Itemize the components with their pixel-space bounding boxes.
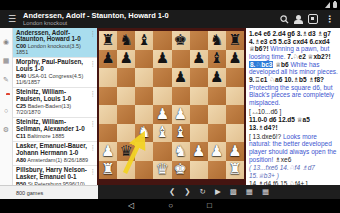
square-a1[interactable]: ♜ — [99, 161, 117, 180]
piece-black-pawn: ♟ — [119, 51, 132, 66]
square-h1[interactable]: ♜ — [226, 161, 244, 180]
square-c7[interactable] — [135, 50, 153, 69]
square-h2[interactable]: ♟ — [226, 142, 244, 161]
person-icon[interactable] — [296, 18, 301, 20]
square-b7[interactable]: ♟ — [117, 50, 135, 69]
item-overflow-icon[interactable]: ⋮ — [90, 31, 97, 38]
square-f4[interactable] — [190, 105, 208, 124]
square-g1[interactable] — [208, 161, 226, 180]
game-list-item[interactable]: Lasker, Emanuel-Bauer, Johann Hermann 1-… — [13, 142, 97, 166]
bottom-band: 800 games ❮ ❯ ↻ ▶ ▩ ▦ ▦ — [0, 185, 340, 199]
variation-line: [ 13.dxe6!? Looks more natural: the bett… — [249, 133, 338, 164]
square-f6[interactable] — [190, 68, 208, 87]
square-d6[interactable] — [153, 68, 171, 87]
search-icon[interactable] — [280, 15, 289, 24]
square-c5[interactable] — [135, 87, 153, 106]
square-c2[interactable] — [135, 142, 153, 161]
subvariation-text[interactable]: ( 13...fxe6 14.♘f4 ♗d7 15.♕b3+ ) — [249, 164, 315, 179]
game-detail: A80 Amsterdam(1) 8/26/1889 — [16, 158, 90, 164]
piece-white-pawn: ♟ — [210, 144, 223, 159]
piece-white-rook: ♜ — [101, 162, 114, 177]
autoplay-icon[interactable]: ↻ — [200, 188, 206, 196]
view-icon[interactable]: ◉ — [3, 38, 9, 45]
move-text[interactable]: 11.0-0 d6 12.d5 ♕a5 13.♗d4?! — [249, 116, 310, 131]
prev-move-icon[interactable]: ❮ — [169, 188, 175, 196]
item-overflow-icon[interactable]: ⋮ — [90, 91, 97, 98]
eco-code: A80 — [16, 157, 26, 163]
square-b6[interactable] — [117, 68, 135, 87]
subvariation-line: ( 13...fxe6 14.♘f4 ♗d7 15.♕b3+ ) — [249, 164, 338, 179]
tool-strip: ◉ ▦ ✎ ○ ⚙ — [0, 28, 13, 185]
board-moves-icon[interactable]: ▩ — [230, 188, 237, 196]
piece-black-knight: ♞ — [119, 33, 132, 48]
game-name: Morphy, Paul-Paulsen, Louis 1-0 — [16, 59, 90, 73]
square-d4[interactable]: ♟ — [153, 105, 171, 124]
eco-code: C11 — [16, 133, 26, 139]
menu-icon[interactable]: ☰ — [8, 15, 16, 24]
square-e4[interactable]: ♟ — [172, 105, 190, 124]
piece-white-pawn: ♟ — [156, 107, 169, 122]
chess-board: ♜♞♝♚♞♜♟♟♟♟♝♟♟♟♟♟♞♝♝♟♛♞♟♟♟♜♛♚♜ — [97, 28, 246, 185]
home-icon[interactable]: ○ — [168, 202, 173, 210]
app-bar-actions: ⋮ — [280, 14, 334, 24]
variation-text[interactable]: [ ⌓10...d6 ] — [249, 108, 281, 115]
square-d3[interactable]: ♝ — [153, 124, 171, 143]
piece-black-pawn: ♟ — [192, 51, 205, 66]
mainline-paragraph: 11.0-0 d6 12.d5 ♕a5 13.♗d4?! — [249, 116, 338, 131]
battery-icon — [333, 2, 337, 8]
square-b5[interactable] — [117, 87, 135, 106]
square-g2[interactable]: ♟ — [208, 142, 226, 161]
square-a4[interactable] — [99, 105, 117, 124]
event-detail: USA-01 Congress(4.5) 11/6/1857 — [16, 73, 83, 85]
signal-icon — [325, 2, 330, 8]
square-e8[interactable]: ♚ — [172, 31, 190, 50]
square-d7[interactable]: ♟ — [153, 50, 171, 69]
square-h8[interactable]: ♜ — [226, 31, 244, 50]
piece-black-pawn: ♟ — [174, 70, 187, 85]
square-d2[interactable] — [153, 142, 171, 161]
recents-icon[interactable]: □ — [207, 202, 212, 210]
back-icon[interactable]: ◁ — [128, 202, 134, 210]
item-overflow-icon[interactable]: ⋮ — [90, 121, 97, 128]
title-block: Anderssen, Adolf - Staunton, Howard 1-0 … — [23, 11, 280, 26]
square-f1[interactable] — [190, 161, 208, 180]
square-b1[interactable] — [117, 161, 135, 180]
game-name: Lasker, Emanuel-Bauer, Johann Hermann 1-… — [16, 143, 90, 157]
piece-black-king: ♚ — [174, 33, 187, 48]
board-grid: ♜♞♝♚♞♜♟♟♟♟♝♟♟♟♟♟♞♝♝♟♛♞♟♟♟♜♛♚♜ — [99, 31, 244, 179]
piece-black-pawn: ♟ — [101, 51, 114, 66]
square-e6[interactable]: ♟ — [172, 68, 190, 87]
square-h3[interactable] — [226, 124, 244, 143]
square-f2[interactable]: ♟ — [190, 142, 208, 161]
piece-white-queen: ♛ — [156, 162, 169, 177]
square-a3[interactable] — [99, 124, 117, 143]
square-c1[interactable] — [135, 161, 153, 180]
square-h5[interactable] — [226, 87, 244, 106]
event-detail: London knockout(3.5) 1851 — [16, 43, 81, 55]
android-nav-bar: ◁ ○ □ — [0, 199, 340, 213]
game-detail: C25 Baden-Baden(13) 7/20/1870 — [16, 104, 90, 116]
page-title: Anderssen, Adolf - Staunton, Howard 1-0 — [23, 11, 280, 20]
event-detail: Baltimore 1885 — [27, 133, 64, 139]
piece-black-bishop: ♝ — [210, 51, 223, 66]
game-detail: C00 London knockout(3.5) 1851 — [16, 44, 90, 56]
game-detail: B40 USA-01 Congress(4.5) 11/6/1857 — [16, 74, 90, 86]
game-name: Anderssen, Adolf-Staunton, Howard 1-0 — [16, 30, 90, 44]
variation-text[interactable]: [ 13.dxe6!? — [249, 133, 283, 140]
app-bar: ☰ Anderssen, Adolf - Staunton, Howard 1-… — [0, 10, 340, 28]
square-h7[interactable]: ♟ — [226, 50, 244, 69]
piece-white-pawn: ♟ — [192, 144, 205, 159]
move-text[interactable]: ♕b6 — [273, 61, 290, 68]
square-g3[interactable] — [208, 124, 226, 143]
game-name: Pillsbury, Harry Nelson-Lasker, Emanuel … — [16, 167, 90, 181]
piece-black-queen: ♛ — [119, 144, 132, 159]
playback-toolbar: ❮ ❯ ↻ ▶ ▩ ▦ ▦ — [98, 185, 340, 199]
square-a7[interactable]: ♟ — [99, 50, 117, 69]
game-list-item[interactable]: Pillsbury, Harry Nelson-Lasker, Emanuel … — [13, 166, 97, 185]
event-detail: Amsterdam(1) 8/26/1889 — [27, 157, 88, 163]
game-name: Steinitz, William-Sellman, Alexander 1-0 — [16, 119, 90, 133]
piece-black-bishop: ♝ — [138, 33, 151, 48]
game-name: Steinitz, William-Paulsen, Louis 1-0 — [16, 89, 90, 103]
app-screen: ☰ Anderssen, Adolf - Staunton, Howard 1-… — [0, 0, 340, 213]
game-count-footer: 800 games — [0, 185, 98, 199]
piece-black-pawn: ♟ — [210, 70, 223, 85]
square-g5[interactable] — [208, 87, 226, 106]
square-f3[interactable] — [190, 124, 208, 143]
piece-black-rook: ♜ — [228, 33, 241, 48]
square-g8[interactable]: ♞ — [208, 31, 226, 50]
square-d5[interactable] — [153, 87, 171, 106]
disc-icon[interactable]: ○ — [4, 107, 8, 114]
game-list: Anderssen, Adolf-Staunton, Howard 1-0 C0… — [13, 28, 97, 185]
main-content: ◉ ▦ ✎ ○ ⚙ Anderssen, Adolf-Staunton, How… — [0, 28, 340, 185]
annotation-text: Protecting the square d6, but Black's pi… — [249, 84, 334, 106]
square-g7[interactable]: ♝ — [208, 50, 226, 69]
square-b3[interactable] — [117, 124, 135, 143]
piece-white-knight: ♞ — [174, 144, 187, 159]
game-list-item[interactable]: Steinitz, William-Paulsen, Louis 1-0 C25… — [13, 88, 97, 118]
item-overflow-icon[interactable]: ⋮ — [90, 169, 97, 176]
settings-gear-icon[interactable]: ⚙ — [3, 126, 9, 133]
square-a6[interactable] — [99, 68, 117, 87]
square-g4[interactable] — [208, 105, 226, 124]
status-bar — [0, 0, 340, 10]
piece-white-pawn: ♟ — [228, 144, 241, 159]
board-grid-alt-icon[interactable]: ▦ — [262, 188, 269, 196]
square-c6[interactable] — [135, 68, 153, 87]
board-list-icon[interactable]: ▦ — [3, 57, 10, 64]
piece-black-knight: ♞ — [210, 33, 223, 48]
square-d1[interactable]: ♛ — [153, 161, 171, 180]
piece-white-pawn: ♟ — [174, 107, 187, 122]
current-move[interactable]: 8.♘bc3 — [249, 61, 273, 68]
square-c4[interactable] — [135, 105, 153, 124]
variation-text[interactable]: ♗xe6 — [275, 156, 291, 163]
piece-white-pawn: ♟ — [101, 144, 114, 159]
item-overflow-icon[interactable]: ⋮ — [90, 145, 97, 152]
square-c3[interactable]: ♞ — [135, 124, 153, 143]
square-h6[interactable] — [226, 68, 244, 87]
game-list-item[interactable]: Steinitz, William-Sellman, Alexander 1-0… — [13, 118, 97, 142]
square-d8[interactable] — [153, 31, 171, 50]
notation-panel: 1.e4 e6 2.d4 g6 3.♗d3 ♗g7 4.♗e3 c5 5.c3 … — [246, 28, 340, 185]
square-b8[interactable]: ♞ — [117, 31, 135, 50]
next-move-icon[interactable]: ❯ — [184, 188, 190, 196]
square-b4[interactable] — [117, 105, 135, 124]
square-a2[interactable]: ♟ — [99, 142, 117, 161]
square-f7[interactable]: ♟ — [190, 50, 208, 69]
game-list-item[interactable]: Anderssen, Adolf-Staunton, Howard 1-0 C0… — [13, 28, 97, 58]
game-list-item[interactable]: Morphy, Paul-Paulsen, Louis 1-0 B40 USA-… — [13, 58, 97, 88]
square-b2[interactable]: ♛ — [117, 142, 135, 161]
square-f5[interactable] — [190, 87, 208, 106]
item-overflow-icon[interactable]: ⋮ — [90, 61, 97, 68]
square-c8[interactable]: ♝ — [135, 31, 153, 50]
piece-white-rook: ♜ — [228, 162, 241, 177]
square-e5[interactable] — [172, 87, 190, 106]
piece-black-rook: ♜ — [101, 33, 114, 48]
move-text[interactable]: 9.♖c1 ♘a6 10.♗b5 ♗f8? — [249, 76, 324, 83]
piece-white-knight: ♞ — [138, 125, 151, 140]
piece-white-king: ♚ — [174, 162, 187, 177]
square-a5[interactable] — [99, 87, 117, 106]
page-subtitle: London knockout — [23, 20, 280, 26]
edit-icon[interactable]: ✎ — [3, 76, 9, 83]
piece-white-bishop: ♝ — [156, 125, 169, 140]
move-text[interactable]: 7.♘e2 ♕xb2?! — [287, 53, 330, 60]
square-g6[interactable]: ♟ — [208, 68, 226, 87]
variation-line: [ ⌓10...d6 ] — [249, 108, 338, 116]
game-detail: C11 Baltimore 1885 — [16, 134, 90, 140]
square-e2[interactable]: ♞ — [172, 142, 190, 161]
square-a8[interactable]: ♜ — [99, 31, 117, 50]
square-e1[interactable]: ♚ — [172, 161, 190, 180]
square-e3[interactable]: ♝ — [172, 124, 190, 143]
board-edit-icon[interactable] — [308, 14, 318, 24]
overflow-menu-icon[interactable]: ⋮ — [325, 15, 334, 24]
square-e7[interactable] — [172, 50, 190, 69]
mainline-paragraph: 1.e4 e6 2.d4 g6 3.♗d3 ♗g7 4.♗e3 c5 5.c3 … — [249, 30, 338, 107]
piece-white-bishop: ♝ — [174, 125, 187, 140]
square-f8[interactable] — [190, 31, 208, 50]
piece-black-pawn: ♟ — [156, 51, 169, 66]
board-grid-icon[interactable]: ▦ — [246, 188, 253, 196]
play-icon[interactable]: ▶ — [215, 188, 221, 196]
square-h4[interactable] — [226, 105, 244, 124]
piece-black-pawn: ♟ — [228, 51, 241, 66]
